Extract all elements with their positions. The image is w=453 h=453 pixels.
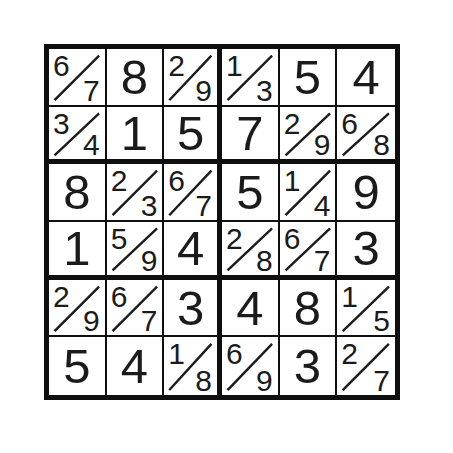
given-digit: 5 (280, 49, 336, 105)
cell-r4c2[interactable]: 59 (107, 222, 165, 280)
given-digit: 8 (49, 164, 105, 220)
cell-r5c1[interactable]: 29 (49, 280, 107, 338)
cell-r6c1[interactable]: 5 (49, 337, 107, 395)
cell-r6c6[interactable]: 27 (337, 337, 395, 395)
candidate-digit-bottom-right: 4 (83, 130, 100, 160)
cell-r3c6[interactable]: 9 (337, 164, 395, 222)
candidate-digit-bottom-right: 7 (195, 191, 212, 221)
candidate-digit-bottom-right: 9 (141, 246, 158, 276)
candidate-digit-bottom-right: 3 (256, 76, 273, 106)
candidate-digit-bottom-right: 7 (314, 246, 331, 276)
cell-r4c6[interactable]: 3 (337, 222, 395, 280)
given-digit: 5 (49, 337, 105, 395)
cell-r3c5[interactable]: 14 (280, 164, 338, 222)
candidate-digit-bottom-right: 5 (373, 306, 390, 336)
given-digit: 4 (107, 337, 163, 395)
cell-r3c4[interactable]: 5 (222, 164, 280, 222)
cell-r6c5[interactable]: 3 (280, 337, 338, 395)
given-digit: 7 (222, 107, 278, 160)
cell-r2c6[interactable]: 68 (337, 107, 395, 165)
cell-r5c2[interactable]: 67 (107, 280, 165, 338)
cell-r5c5[interactable]: 8 (280, 280, 338, 338)
given-digit: 1 (107, 107, 163, 160)
candidate-digit-bottom-right: 8 (256, 246, 273, 276)
cell-r5c6[interactable]: 15 (337, 280, 395, 338)
cell-r6c3[interactable]: 18 (164, 337, 222, 395)
cell-r2c4[interactable]: 7 (222, 107, 280, 165)
candidate-digit-bottom-right: 9 (83, 306, 100, 336)
cell-r2c5[interactable]: 29 (280, 107, 338, 165)
given-digit: 4 (222, 280, 278, 336)
cell-r6c2[interactable]: 4 (107, 337, 165, 395)
cell-r3c3[interactable]: 67 (164, 164, 222, 222)
cell-r4c3[interactable]: 4 (164, 222, 222, 280)
given-digit: 5 (164, 107, 217, 160)
cell-r1c4[interactable]: 13 (222, 49, 280, 107)
cell-r4c5[interactable]: 67 (280, 222, 338, 280)
cell-r3c1[interactable]: 8 (49, 164, 107, 222)
candidate-digit-bottom-right: 4 (314, 191, 331, 221)
candidate-digit-bottom-right: 7 (83, 76, 100, 106)
cell-r4c1[interactable]: 1 (49, 222, 107, 280)
cell-r2c2[interactable]: 1 (107, 107, 165, 165)
candidate-digit-bottom-right: 3 (141, 191, 158, 221)
given-digit: 9 (337, 164, 395, 220)
cell-r5c4[interactable]: 4 (222, 280, 280, 338)
candidate-digit-bottom-right: 7 (141, 306, 158, 336)
candidate-digit-bottom-right: 8 (195, 366, 212, 396)
candidate-digit-bottom-right: 8 (373, 130, 390, 160)
sudoku-board: 6782913543415729688236751491594286732967… (44, 44, 400, 400)
candidate-digit-bottom-right: 9 (195, 76, 212, 106)
given-digit: 3 (164, 280, 217, 336)
cell-r1c5[interactable]: 5 (280, 49, 338, 107)
candidate-digit-bottom-right: 9 (256, 366, 273, 396)
cell-r1c1[interactable]: 67 (49, 49, 107, 107)
cell-r6c4[interactable]: 69 (222, 337, 280, 395)
given-digit: 3 (337, 222, 395, 275)
candidate-digit-bottom-right: 7 (373, 366, 390, 396)
given-digit: 1 (49, 222, 105, 275)
cell-r1c2[interactable]: 8 (107, 49, 165, 107)
given-digit: 8 (107, 49, 163, 105)
cell-r1c6[interactable]: 4 (337, 49, 395, 107)
given-digit: 4 (337, 49, 395, 105)
candidate-digit-bottom-right: 9 (314, 130, 331, 160)
given-digit: 3 (280, 337, 336, 395)
given-digit: 8 (280, 280, 336, 336)
given-digit: 4 (164, 222, 217, 275)
cell-r2c3[interactable]: 5 (164, 107, 222, 165)
cell-r5c3[interactable]: 3 (164, 280, 222, 338)
given-digit: 5 (222, 164, 278, 220)
cell-r4c4[interactable]: 28 (222, 222, 280, 280)
cell-r3c2[interactable]: 23 (107, 164, 165, 222)
cell-r2c1[interactable]: 34 (49, 107, 107, 165)
cell-r1c3[interactable]: 29 (164, 49, 222, 107)
